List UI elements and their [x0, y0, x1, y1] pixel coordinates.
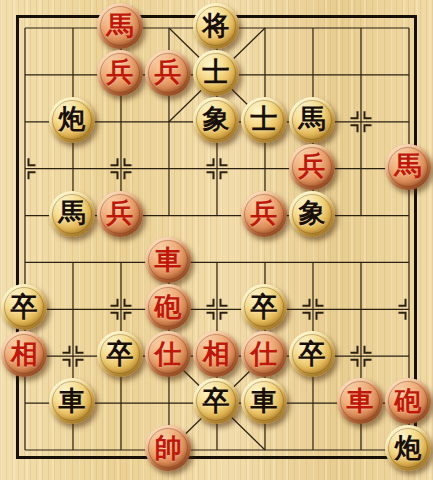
piece-red-advisor[interactable]: 仕	[241, 331, 287, 377]
piece-black-cannon[interactable]: 炮	[49, 97, 95, 143]
piece-glyph: 馬	[59, 199, 86, 226]
piece-red-cannon[interactable]: 砲	[385, 378, 431, 424]
piece-red-horse[interactable]: 馬	[385, 144, 431, 190]
piece-red-elephant[interactable]: 相	[1, 331, 47, 377]
piece-glyph: 将	[203, 12, 230, 39]
piece-glyph: 車	[155, 246, 182, 273]
piece-red-chariot[interactable]: 車	[145, 237, 191, 283]
piece-black-soldier[interactable]: 卒	[289, 331, 335, 377]
piece-glyph: 士	[203, 58, 230, 85]
piece-red-general[interactable]: 帥	[145, 425, 191, 471]
piece-red-soldier[interactable]: 兵	[289, 144, 335, 190]
piece-glyph: 馬	[299, 105, 326, 132]
piece-glyph: 兵	[299, 152, 326, 179]
piece-black-general[interactable]: 将	[193, 3, 239, 49]
piece-glyph: 車	[251, 387, 278, 414]
piece-glyph: 帥	[155, 434, 182, 461]
piece-black-chariot[interactable]: 車	[49, 378, 95, 424]
piece-glyph: 卒	[299, 340, 326, 367]
piece-black-horse[interactable]: 馬	[289, 97, 335, 143]
piece-glyph: 炮	[59, 105, 86, 132]
piece-glyph: 卒	[107, 340, 134, 367]
piece-glyph: 兵	[107, 58, 134, 85]
piece-black-advisor[interactable]: 士	[193, 50, 239, 96]
piece-black-soldier[interactable]: 卒	[1, 284, 47, 330]
piece-glyph: 砲	[155, 293, 182, 320]
piece-glyph: 卒	[203, 387, 230, 414]
piece-black-elephant[interactable]: 象	[193, 97, 239, 143]
piece-black-soldier[interactable]: 卒	[193, 378, 239, 424]
piece-glyph: 兵	[107, 199, 134, 226]
piece-glyph: 相	[11, 340, 38, 367]
piece-black-cannon[interactable]: 炮	[385, 425, 431, 471]
piece-glyph: 炮	[395, 434, 422, 461]
piece-glyph: 相	[203, 340, 230, 367]
piece-glyph: 兵	[155, 58, 182, 85]
piece-red-soldier[interactable]: 兵	[241, 191, 287, 237]
piece-glyph: 馬	[107, 12, 134, 39]
piece-red-soldier[interactable]: 兵	[97, 191, 143, 237]
piece-black-elephant[interactable]: 象	[289, 191, 335, 237]
piece-glyph: 卒	[11, 293, 38, 320]
xiangqi-board: 馬将兵兵士炮象士馬兵馬馬兵兵象車卒砲卒相卒仕相仕卒車卒車車砲帥炮	[0, 0, 433, 480]
piece-glyph: 象	[203, 105, 230, 132]
piece-black-soldier[interactable]: 卒	[97, 331, 143, 377]
piece-black-soldier[interactable]: 卒	[241, 284, 287, 330]
piece-red-horse[interactable]: 馬	[97, 3, 143, 49]
pieces-layer: 馬将兵兵士炮象士馬兵馬馬兵兵象車卒砲卒相卒仕相仕卒車卒車車砲帥炮	[0, 0, 433, 480]
piece-glyph: 砲	[395, 387, 422, 414]
piece-black-horse[interactable]: 馬	[49, 191, 95, 237]
piece-glyph: 仕	[155, 340, 182, 367]
piece-glyph: 兵	[251, 199, 278, 226]
piece-glyph: 士	[251, 105, 278, 132]
piece-red-soldier[interactable]: 兵	[145, 50, 191, 96]
piece-red-cannon[interactable]: 砲	[145, 284, 191, 330]
piece-glyph: 仕	[251, 340, 278, 367]
piece-red-chariot[interactable]: 車	[337, 378, 383, 424]
piece-glyph: 車	[59, 387, 86, 414]
piece-black-advisor[interactable]: 士	[241, 97, 287, 143]
piece-red-soldier[interactable]: 兵	[97, 50, 143, 96]
piece-red-elephant[interactable]: 相	[193, 331, 239, 377]
piece-glyph: 車	[347, 387, 374, 414]
piece-glyph: 卒	[251, 293, 278, 320]
piece-black-chariot[interactable]: 車	[241, 378, 287, 424]
piece-glyph: 馬	[395, 152, 422, 179]
piece-red-advisor[interactable]: 仕	[145, 331, 191, 377]
piece-glyph: 象	[299, 199, 326, 226]
